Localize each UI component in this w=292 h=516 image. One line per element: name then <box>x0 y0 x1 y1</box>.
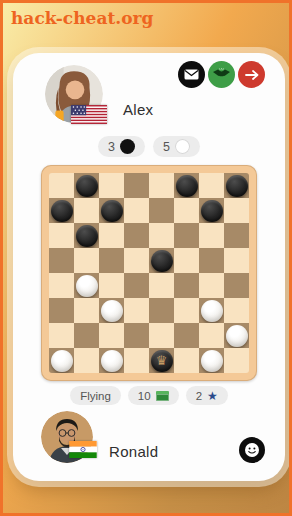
checkers-board: ♛ <box>41 165 257 381</box>
square-r6c5[interactable] <box>149 298 174 323</box>
square-r2c1[interactable] <box>49 198 74 223</box>
square-r3c8[interactable] <box>224 223 249 248</box>
black-checker[interactable] <box>101 200 123 222</box>
square-r3c4[interactable] <box>124 223 149 248</box>
square-r5c4[interactable] <box>124 273 149 298</box>
square-r1c5[interactable] <box>149 173 174 198</box>
black-checker[interactable] <box>51 200 73 222</box>
square-r5c8[interactable] <box>224 273 249 298</box>
square-r8c6[interactable] <box>174 348 199 373</box>
exit-button[interactable] <box>238 61 265 88</box>
white-checker[interactable] <box>201 300 223 322</box>
square-r2c7[interactable] <box>199 198 224 223</box>
us-flag-icon <box>71 105 107 124</box>
india-flag-icon <box>69 441 97 458</box>
square-r7c8[interactable] <box>224 323 249 348</box>
star-icon: ★ <box>207 390 218 402</box>
app-screen: hack-cheat.org <box>0 0 292 516</box>
black-checker[interactable] <box>176 175 198 197</box>
square-r7c6[interactable] <box>174 323 199 348</box>
white-checker[interactable] <box>201 350 223 372</box>
black-captured-count: 3 <box>108 140 115 154</box>
cash-icon <box>156 391 169 401</box>
white-piece-icon <box>175 139 190 154</box>
square-r3c6[interactable] <box>174 223 199 248</box>
square-r8c7[interactable] <box>199 348 224 373</box>
coins-badge: 10 <box>128 386 179 405</box>
square-r5c1[interactable] <box>49 273 74 298</box>
player-name-bottom: Ronald <box>109 443 158 460</box>
square-r7c1[interactable] <box>49 323 74 348</box>
board-grid: ♛ <box>49 173 249 373</box>
black-checker[interactable] <box>76 175 98 197</box>
handshake-icon <box>213 68 230 81</box>
mode-label: Flying <box>80 390 111 402</box>
square-r7c3[interactable] <box>99 323 124 348</box>
square-r3c1[interactable] <box>49 223 74 248</box>
mode-badge: Flying <box>70 386 121 405</box>
square-r8c4[interactable] <box>124 348 149 373</box>
black-captured-badge: 3 <box>98 136 145 157</box>
capture-score-row: 3 5 <box>13 136 285 157</box>
white-captured-count: 5 <box>163 140 170 154</box>
square-r8c3[interactable] <box>99 348 124 373</box>
black-checker[interactable] <box>151 250 173 272</box>
square-r7c2[interactable] <box>74 323 99 348</box>
square-r6c8[interactable] <box>224 298 249 323</box>
square-r2c2[interactable] <box>74 198 99 223</box>
square-r3c7[interactable] <box>199 223 224 248</box>
square-r8c1[interactable] <box>49 348 74 373</box>
square-r6c6[interactable] <box>174 298 199 323</box>
square-r1c4[interactable] <box>124 173 149 198</box>
square-r4c8[interactable] <box>224 248 249 273</box>
draw-offer-button[interactable] <box>208 61 235 88</box>
square-r3c5[interactable] <box>149 223 174 248</box>
square-r8c8[interactable] <box>224 348 249 373</box>
action-buttons <box>178 61 265 88</box>
black-checker-king[interactable]: ♛ <box>151 350 173 372</box>
square-r1c2[interactable] <box>74 173 99 198</box>
square-r2c5[interactable] <box>149 198 174 223</box>
arrow-right-icon <box>245 69 259 81</box>
square-r2c8[interactable] <box>224 198 249 223</box>
square-r8c2[interactable] <box>74 348 99 373</box>
square-r6c4[interactable] <box>124 298 149 323</box>
square-r1c8[interactable] <box>224 173 249 198</box>
square-r6c7[interactable] <box>199 298 224 323</box>
white-checker[interactable] <box>101 350 123 372</box>
square-r3c3[interactable] <box>99 223 124 248</box>
white-checker[interactable] <box>51 350 73 372</box>
square-r1c7[interactable] <box>199 173 224 198</box>
square-r2c3[interactable] <box>99 198 124 223</box>
square-r7c4[interactable] <box>124 323 149 348</box>
square-r3c2[interactable] <box>74 223 99 248</box>
avatar-top-player <box>45 65 103 123</box>
envelope-icon <box>184 69 199 80</box>
black-checker[interactable] <box>201 200 223 222</box>
square-r4c2[interactable] <box>74 248 99 273</box>
watermark-text: hack-cheat.org <box>11 8 153 28</box>
white-checker[interactable] <box>101 300 123 322</box>
black-piece-icon <box>120 139 135 154</box>
square-r5c3[interactable] <box>99 273 124 298</box>
stars-count: 2 <box>196 390 202 402</box>
square-r5c6[interactable] <box>174 273 199 298</box>
square-r6c3[interactable] <box>99 298 124 323</box>
emoji-button[interactable] <box>239 437 265 463</box>
square-r1c3[interactable] <box>99 173 124 198</box>
smiley-icon <box>243 441 261 459</box>
square-r1c1[interactable] <box>49 173 74 198</box>
coins-count: 10 <box>138 390 151 402</box>
square-r4c3[interactable] <box>99 248 124 273</box>
white-captured-badge: 5 <box>153 136 200 157</box>
player-name-top: Alex <box>123 101 153 118</box>
crown-icon: ♛ <box>156 354 168 367</box>
white-checker[interactable] <box>76 275 98 297</box>
square-r8c5[interactable]: ♛ <box>149 348 174 373</box>
message-button[interactable] <box>178 61 205 88</box>
square-r4c1[interactable] <box>49 248 74 273</box>
square-r1c6[interactable] <box>174 173 199 198</box>
square-r5c2[interactable] <box>74 273 99 298</box>
square-r5c5[interactable] <box>149 273 174 298</box>
avatar-bottom-player <box>41 411 93 463</box>
black-checker[interactable] <box>76 225 98 247</box>
square-r4c4[interactable] <box>124 248 149 273</box>
square-r4c5[interactable] <box>149 248 174 273</box>
square-r2c4[interactable] <box>124 198 149 223</box>
square-r6c2[interactable] <box>74 298 99 323</box>
square-r7c5[interactable] <box>149 323 174 348</box>
match-info-row: Flying 10 2 ★ <box>13 386 285 405</box>
square-r4c7[interactable] <box>199 248 224 273</box>
white-checker[interactable] <box>226 325 248 347</box>
black-checker[interactable] <box>226 175 248 197</box>
square-r6c1[interactable] <box>49 298 74 323</box>
stars-badge: 2 ★ <box>186 386 228 405</box>
game-card: Alex <box>13 53 285 481</box>
square-r5c7[interactable] <box>199 273 224 298</box>
square-r4c6[interactable] <box>174 248 199 273</box>
square-r2c6[interactable] <box>174 198 199 223</box>
square-r7c7[interactable] <box>199 323 224 348</box>
